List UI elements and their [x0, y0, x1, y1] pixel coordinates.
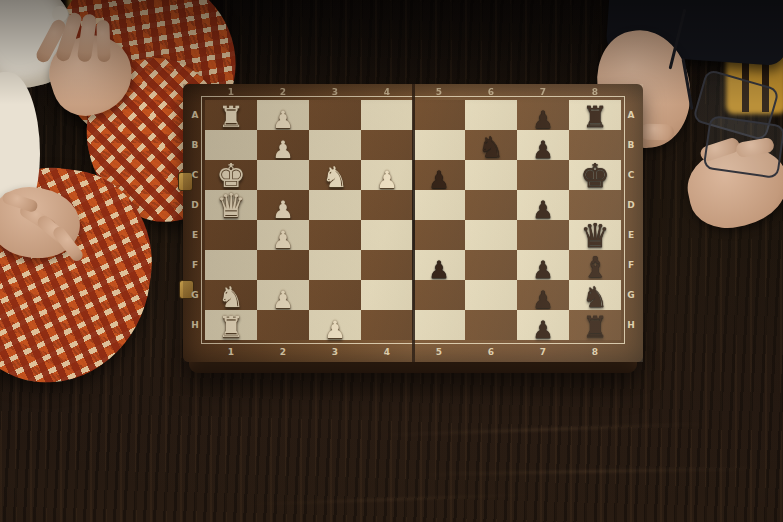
- coordinate-label: 4: [384, 347, 390, 357]
- square-a2: ♟: [257, 100, 309, 130]
- coordinate-label: 4: [384, 87, 390, 97]
- square-c6: [465, 160, 517, 190]
- square-g4: [361, 280, 413, 310]
- coordinate-label: 6: [488, 347, 494, 357]
- square-a3: [309, 100, 361, 130]
- coordinate-label: B: [192, 140, 199, 150]
- file-labels-right: ABCDEFGH: [624, 100, 638, 340]
- piece-white-pawn-d2: ♟: [257, 198, 309, 222]
- coordinate-label: 3: [332, 347, 338, 357]
- square-h6: [465, 310, 517, 340]
- square-a8: ♜: [569, 100, 621, 130]
- coordinate-label: B: [628, 140, 635, 150]
- square-a6: [465, 100, 517, 130]
- square-c8: ♚: [569, 160, 621, 190]
- board-fold-seam: [412, 84, 415, 362]
- coordinate-label: 1: [228, 347, 234, 357]
- knuckle: [640, 123, 675, 140]
- piece-white-queen-d1: ♛: [205, 189, 257, 222]
- square-e3: [309, 220, 361, 250]
- coordinate-label: 3: [332, 87, 338, 97]
- piece-white-king-c1: ♚: [205, 159, 257, 192]
- square-c3: ♞: [309, 160, 361, 190]
- coordinate-label: D: [627, 200, 634, 210]
- square-d2: ♟: [257, 190, 309, 220]
- piece-black-pawn-b7: ♟: [517, 138, 569, 162]
- piece-black-bishop-f8: ♝: [569, 253, 621, 282]
- square-g7: ♟: [517, 280, 569, 310]
- piece-white-pawn-g2: ♟: [257, 288, 309, 312]
- coordinate-label: 1: [228, 87, 234, 97]
- piece-white-pawn-b2: ♟: [257, 138, 309, 162]
- square-e4: [361, 220, 413, 250]
- piece-white-rook-h1: ♜: [205, 313, 257, 342]
- square-d4: [361, 190, 413, 220]
- piece-white-pawn-a2: ♟: [257, 108, 309, 132]
- piece-black-knight-b6: ♞: [465, 133, 517, 162]
- square-b1: [205, 130, 257, 160]
- piece-black-pawn-c5: ♟: [413, 168, 465, 192]
- square-c7: [517, 160, 569, 190]
- brass-hinge-lower: [179, 280, 194, 299]
- piece-black-knight-g8: ♞: [569, 283, 621, 312]
- square-d8: [569, 190, 621, 220]
- table-grain-streak: [380, 422, 710, 437]
- table-grain-streak: [420, 467, 760, 476]
- piece-white-rook-a1: ♜: [205, 103, 257, 132]
- square-f8: ♝: [569, 250, 621, 280]
- piece-black-king-c8: ♚: [569, 159, 621, 192]
- coordinate-label: A: [192, 110, 199, 120]
- square-f5: ♟: [413, 250, 465, 280]
- coordinate-label: F: [192, 260, 198, 270]
- square-h3: ♟: [309, 310, 361, 340]
- square-h8: ♜: [569, 310, 621, 340]
- finger: [96, 20, 110, 62]
- square-h7: ♟: [517, 310, 569, 340]
- table-grain-streak: [240, 493, 540, 506]
- square-e5: [413, 220, 465, 250]
- photo-scene: 12345678 12345678 ABCDEFGH ABCDEFGH ♜♟♟♜…: [0, 0, 783, 522]
- square-b7: ♟: [517, 130, 569, 160]
- coordinate-label: 6: [488, 87, 494, 97]
- square-g8: ♞: [569, 280, 621, 310]
- coordinate-label: E: [192, 230, 198, 240]
- coordinate-label: 7: [540, 347, 546, 357]
- coordinate-label: 2: [280, 87, 286, 97]
- square-b2: ♟: [257, 130, 309, 160]
- coordinate-label: 8: [592, 347, 598, 357]
- piece-black-rook-h8: ♜: [569, 313, 621, 342]
- square-c2: [257, 160, 309, 190]
- square-h4: [361, 310, 413, 340]
- file-labels-left: ABCDEFGH: [188, 100, 202, 340]
- coordinate-label: 5: [436, 87, 442, 97]
- coordinate-label: 8: [592, 87, 598, 97]
- chess-board: 12345678 12345678 ABCDEFGH ABCDEFGH ♜♟♟♜…: [183, 84, 643, 362]
- piece-black-pawn-d7: ♟: [517, 198, 569, 222]
- square-d1: ♛: [205, 190, 257, 220]
- square-f7: ♟: [517, 250, 569, 280]
- coordinate-label: 5: [436, 347, 442, 357]
- square-c1: ♚: [205, 160, 257, 190]
- brass-hinge-upper: [178, 172, 193, 191]
- piece-black-rook-a8: ♜: [569, 103, 621, 132]
- square-e7: [517, 220, 569, 250]
- square-e8: ♛: [569, 220, 621, 250]
- coordinate-label: H: [191, 320, 199, 330]
- square-d6: [465, 190, 517, 220]
- square-f1: [205, 250, 257, 280]
- square-f4: [361, 250, 413, 280]
- piece-black-pawn-f5: ♟: [413, 258, 465, 282]
- square-c4: ♟: [361, 160, 413, 190]
- piece-black-pawn-f7: ♟: [517, 258, 569, 282]
- square-h5: [413, 310, 465, 340]
- coordinate-label: 2: [280, 347, 286, 357]
- coordinate-label: 7: [540, 87, 546, 97]
- square-f3: [309, 250, 361, 280]
- square-e1: [205, 220, 257, 250]
- coordinate-label: E: [628, 230, 634, 240]
- coordinate-label: H: [627, 320, 635, 330]
- piece-black-pawn-a7: ♟: [517, 108, 569, 132]
- piece-black-pawn-h7: ♟: [517, 318, 569, 342]
- coordinate-label: C: [628, 170, 635, 180]
- board-frame: 12345678 12345678 ABCDEFGH ABCDEFGH ♜♟♟♜…: [183, 84, 643, 362]
- square-f6: [465, 250, 517, 280]
- piece-black-queen-e8: ♛: [569, 219, 621, 252]
- square-b5: [413, 130, 465, 160]
- coordinate-label: F: [628, 260, 634, 270]
- square-b3: [309, 130, 361, 160]
- coordinate-label: A: [628, 110, 635, 120]
- square-g1: ♞: [205, 280, 257, 310]
- square-b8: [569, 130, 621, 160]
- piece-white-knight-c3: ♞: [309, 163, 361, 192]
- piece-white-knight-g1: ♞: [205, 283, 257, 312]
- square-g2: ♟: [257, 280, 309, 310]
- square-a5: [413, 100, 465, 130]
- square-f2: [257, 250, 309, 280]
- square-g5: [413, 280, 465, 310]
- square-g6: [465, 280, 517, 310]
- piece-white-pawn-e2: ♟: [257, 228, 309, 252]
- glasses-lens-lower: [703, 115, 783, 179]
- square-b4: [361, 130, 413, 160]
- square-h2: [257, 310, 309, 340]
- piece-black-pawn-g7: ♟: [517, 288, 569, 312]
- square-a7: ♟: [517, 100, 569, 130]
- piece-white-pawn-h3: ♟: [309, 318, 361, 342]
- coordinate-label: D: [191, 200, 198, 210]
- square-e2: ♟: [257, 220, 309, 250]
- square-g3: [309, 280, 361, 310]
- square-d5: [413, 190, 465, 220]
- square-h1: ♜: [205, 310, 257, 340]
- coordinate-label: G: [627, 290, 634, 300]
- piece-white-pawn-c4: ♟: [361, 168, 413, 192]
- square-d7: ♟: [517, 190, 569, 220]
- square-b6: ♞: [465, 130, 517, 160]
- square-e6: [465, 220, 517, 250]
- square-c5: ♟: [413, 160, 465, 190]
- square-a1: ♜: [205, 100, 257, 130]
- square-a4: [361, 100, 413, 130]
- square-d3: [309, 190, 361, 220]
